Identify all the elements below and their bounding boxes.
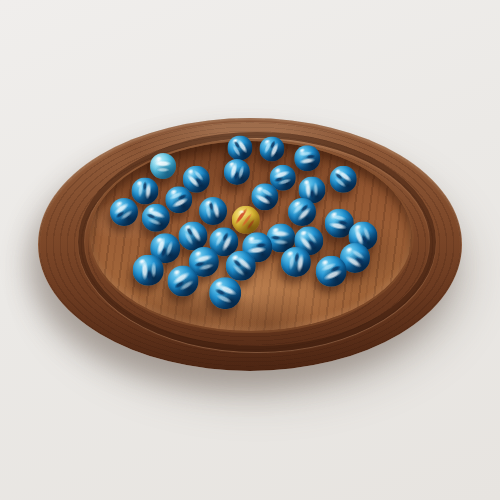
marble-layer [0, 0, 500, 500]
marble-light-blue[interactable] [150, 153, 176, 179]
marble-blue[interactable] [209, 277, 241, 309]
marble-blue[interactable] [330, 166, 357, 193]
marble-blue[interactable] [316, 256, 347, 287]
marble-blue[interactable] [224, 159, 250, 185]
marble-blue[interactable] [167, 265, 198, 296]
marble-blue[interactable] [133, 255, 164, 286]
marble-blue[interactable] [259, 136, 284, 161]
photo-scene [0, 0, 500, 500]
marble-blue[interactable] [294, 145, 320, 171]
marble-yellow[interactable] [232, 206, 260, 234]
marble-blue[interactable] [251, 183, 278, 210]
marble-blue[interactable] [199, 197, 227, 225]
marble-blue[interactable] [288, 198, 316, 226]
marble-blue[interactable] [131, 177, 158, 204]
marble-blue[interactable] [165, 186, 192, 213]
marble-blue[interactable] [110, 198, 138, 226]
marble-blue[interactable] [281, 247, 311, 277]
marble-blue[interactable] [142, 204, 170, 232]
marble-blue[interactable] [226, 251, 256, 281]
marble-blue[interactable] [227, 135, 252, 160]
